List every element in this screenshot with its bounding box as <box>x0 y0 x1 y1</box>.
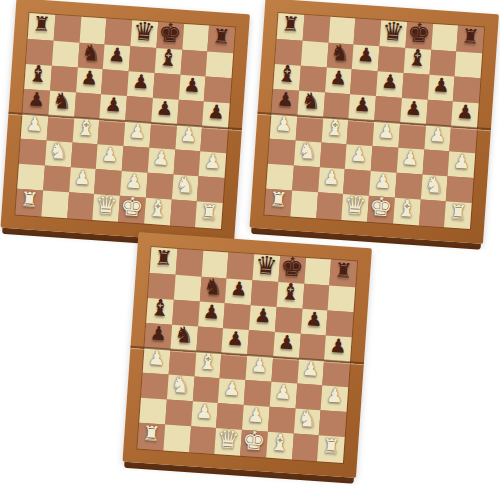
square-e1: ♚ <box>118 196 146 224</box>
square-a4: ♟ <box>270 114 297 141</box>
square-f1: ♝ <box>266 432 294 460</box>
square-a4: ♟ <box>21 114 48 141</box>
square-a1: ♜ <box>264 189 292 217</box>
square-h8: ♜ <box>208 26 236 54</box>
square-h1: ♜ <box>317 435 345 463</box>
square-f3: ♟ <box>147 148 174 175</box>
black-pawn: ♟ <box>80 68 98 88</box>
square-g8 <box>304 258 332 286</box>
black-queen: ♛ <box>254 252 278 279</box>
square-f7: ♝ <box>154 48 181 75</box>
square-a3 <box>268 139 295 166</box>
square-c4: ♝ <box>194 351 221 378</box>
black-bishop: ♝ <box>27 62 49 86</box>
black-pawn: ♟ <box>353 95 371 115</box>
square-b8 <box>53 15 81 43</box>
black-bishop: ♝ <box>406 46 428 70</box>
square-d3: ♟ <box>96 144 123 171</box>
square-b1 <box>290 190 318 218</box>
white-pawn: ♟ <box>453 152 471 172</box>
square-h1: ♜ <box>195 201 223 229</box>
white-pawn: ♟ <box>374 171 392 191</box>
square-h1: ♜ <box>444 201 472 229</box>
white-knight: ♞ <box>297 407 318 430</box>
white-pawn: ♟ <box>350 144 368 164</box>
white-pawn: ♟ <box>250 355 268 375</box>
black-pawn: ♟ <box>104 95 122 115</box>
square-g8 <box>431 24 459 52</box>
white-pawn: ♟ <box>302 359 320 379</box>
square-g6: ♟ <box>427 75 454 102</box>
white-king: ♚ <box>242 427 267 455</box>
square-b7 <box>174 275 201 302</box>
white-rook: ♜ <box>449 201 468 222</box>
square-b1 <box>41 190 69 218</box>
white-rook: ♜ <box>142 423 161 444</box>
square-h7 <box>455 52 482 79</box>
white-bishop: ♝ <box>147 196 169 220</box>
square-b2 <box>292 165 319 192</box>
black-knight: ♞ <box>300 89 321 112</box>
white-queen: ♛ <box>94 192 118 219</box>
square-b3: ♞ <box>294 141 321 168</box>
chess-board-bottom-center: ♜♛♚♜♞♟♝♝♟♟♟♟♞♟♟♟♟♝♟♟♞♟♟♟♟♟♞♜♛♚♝♜ <box>122 232 372 484</box>
board-frame: ♜♛♚♜♞♟♝♝♟♟♟♟♞♟♟♟♟♝♟♟♞♟♟♟♟♟♞♜♛♚♝♜ <box>249 0 498 244</box>
square-c2: ♟ <box>318 167 345 194</box>
square-c2: ♟ <box>191 401 218 428</box>
square-h3: ♟ <box>448 151 475 178</box>
square-d5: ♟ <box>100 94 127 121</box>
square-c6: ♟ <box>76 68 103 95</box>
square-h5: ♟ <box>324 335 351 362</box>
square-a8: ♜ <box>28 13 56 41</box>
square-b3: ♞ <box>45 141 72 168</box>
square-c6: ♟ <box>325 68 352 95</box>
black-pawn: ♟ <box>149 323 167 343</box>
white-pawn: ♟ <box>401 148 419 168</box>
chess-board-top-left: ♜♛♚♜♞♟♝♝♟♟♟♟♞♟♟♟♟♝♟♟♞♟♟♟♟♟♞♜♛♚♝♜ <box>0 0 250 250</box>
square-h3: ♟ <box>199 151 226 178</box>
black-rook: ♜ <box>32 13 51 34</box>
black-pawn: ♟ <box>305 309 323 329</box>
square-h7 <box>206 52 233 79</box>
square-a1: ♜ <box>15 189 43 217</box>
white-pawn: ♟ <box>204 152 222 172</box>
square-g6: ♟ <box>178 75 205 102</box>
square-d7: ♟ <box>103 44 130 71</box>
black-knight: ♞ <box>330 41 351 64</box>
black-pawn: ♟ <box>226 329 244 349</box>
square-b5: ♞ <box>48 91 75 118</box>
black-pawn: ♟ <box>278 332 296 352</box>
square-b8 <box>302 15 330 43</box>
square-f3: ♟ <box>396 148 423 175</box>
square-b7 <box>52 41 79 68</box>
square-b2 <box>165 399 192 426</box>
square-b3: ♞ <box>167 375 194 402</box>
square-e8: ♛ <box>130 20 158 48</box>
black-bishop: ♝ <box>157 46 179 70</box>
black-knight: ♞ <box>203 275 224 298</box>
black-king: ♚ <box>280 253 305 281</box>
square-g1 <box>170 199 198 227</box>
square-e4: ♟ <box>372 121 399 148</box>
white-rook: ♜ <box>269 189 288 210</box>
square-g4: ♟ <box>424 125 451 152</box>
black-pawn: ♟ <box>230 279 248 299</box>
white-pawn: ♟ <box>195 402 213 422</box>
square-e4: ♟ <box>245 355 272 382</box>
white-rook: ♜ <box>322 435 341 456</box>
white-king: ♚ <box>369 193 394 221</box>
white-pawn: ♟ <box>147 348 165 368</box>
square-c4: ♝ <box>72 117 99 144</box>
square-f3: ♟ <box>269 382 296 409</box>
black-bishop: ♝ <box>149 296 171 320</box>
white-pawn: ♟ <box>128 121 146 141</box>
square-e8: ♛ <box>379 20 407 48</box>
square-h5: ♟ <box>451 101 478 128</box>
square-g1 <box>419 199 447 227</box>
black-king: ♚ <box>158 19 183 47</box>
square-f5: ♟ <box>151 98 178 125</box>
square-g2: ♞ <box>171 174 198 201</box>
square-e1: ♚ <box>240 430 268 458</box>
square-g2: ♞ <box>293 408 320 435</box>
black-queen: ♛ <box>381 18 405 45</box>
square-e1: ♚ <box>367 196 395 224</box>
white-rook: ♜ <box>200 201 219 222</box>
black-king: ♚ <box>407 19 432 47</box>
black-pawn: ♟ <box>329 336 347 356</box>
white-pawn: ♟ <box>180 125 198 145</box>
square-e6: ♟ <box>127 71 154 98</box>
square-b8 <box>175 249 203 277</box>
black-knight: ♞ <box>173 323 194 346</box>
square-b5: ♞ <box>297 91 324 118</box>
square-g2: ♞ <box>420 174 447 201</box>
white-pawn: ♟ <box>326 386 344 406</box>
square-h8: ♜ <box>330 260 358 288</box>
black-pawn: ♟ <box>432 75 450 95</box>
square-a8: ♜ <box>150 247 178 275</box>
square-a3 <box>141 373 168 400</box>
white-pawn: ♟ <box>25 114 43 134</box>
square-a3 <box>19 139 46 166</box>
black-queen: ♛ <box>132 18 156 45</box>
black-pawn: ♟ <box>254 305 272 325</box>
square-c1 <box>316 192 344 220</box>
square-f1: ♝ <box>393 198 421 226</box>
white-bishop: ♝ <box>269 430 291 454</box>
black-pawn: ♟ <box>183 75 201 95</box>
white-pawn: ♟ <box>247 405 265 425</box>
black-pawn: ♟ <box>381 71 399 91</box>
square-f1: ♝ <box>144 198 172 226</box>
white-knight: ♞ <box>175 173 196 196</box>
square-h5: ♟ <box>202 101 229 128</box>
black-pawn: ♟ <box>27 89 45 109</box>
black-pawn: ♟ <box>329 68 347 88</box>
white-king: ♚ <box>120 193 145 221</box>
black-bishop: ♝ <box>279 280 301 304</box>
black-pawn: ♟ <box>207 102 225 122</box>
white-knight: ♞ <box>48 139 69 162</box>
black-pawn: ♟ <box>357 45 375 65</box>
black-pawn: ♟ <box>456 102 474 122</box>
square-c2: ♟ <box>69 167 96 194</box>
square-c4: ♝ <box>321 117 348 144</box>
square-c1 <box>189 426 217 454</box>
black-pawn: ♟ <box>276 89 294 109</box>
square-f7: ♝ <box>276 282 303 309</box>
white-pawn: ♟ <box>152 148 170 168</box>
white-knight: ♞ <box>170 373 191 396</box>
square-d5: ♟ <box>222 328 249 355</box>
black-pawn: ♟ <box>405 98 423 118</box>
square-e6: ♟ <box>249 305 276 332</box>
black-pawn: ♟ <box>132 71 150 91</box>
square-g4: ♟ <box>175 125 202 152</box>
white-pawn: ♟ <box>73 168 91 188</box>
square-d5: ♟ <box>349 94 376 121</box>
black-rook: ♜ <box>281 13 300 34</box>
square-d1: ♛ <box>341 194 369 222</box>
square-b2 <box>43 165 70 192</box>
black-knight: ♞ <box>51 89 72 112</box>
square-h3: ♟ <box>321 385 348 412</box>
square-f7: ♝ <box>403 48 430 75</box>
square-b5: ♞ <box>170 325 197 352</box>
square-e6: ♟ <box>376 71 403 98</box>
black-pawn: ♟ <box>156 98 174 118</box>
square-d3: ♟ <box>345 144 372 171</box>
square-f5: ♟ <box>273 332 300 359</box>
white-pawn: ♟ <box>274 114 292 134</box>
white-queen: ♛ <box>343 192 367 219</box>
white-bishop: ♝ <box>396 196 418 220</box>
white-pawn: ♟ <box>101 144 119 164</box>
square-d1: ♛ <box>214 428 242 456</box>
chess-board-top-right: ♜♛♚♜♞♟♝♝♟♟♟♟♞♟♟♟♟♝♟♟♞♟♟♟♟♟♞♜♛♚♝♜ <box>249 0 499 250</box>
white-pawn: ♟ <box>274 382 292 402</box>
black-rook: ♜ <box>334 260 353 281</box>
square-h8: ♜ <box>457 26 485 54</box>
square-d7: ♟ <box>225 278 252 305</box>
square-c6: ♟ <box>198 302 225 329</box>
board-frame: ♜♛♚♜♞♟♝♝♟♟♟♟♞♟♟♟♟♝♟♟♞♟♟♟♟♟♞♜♛♚♝♜ <box>0 0 249 244</box>
white-rook: ♜ <box>20 189 39 210</box>
white-pawn: ♟ <box>322 168 340 188</box>
white-knight: ♞ <box>297 139 318 162</box>
square-e8: ♛ <box>252 254 280 282</box>
square-h7 <box>328 286 355 313</box>
square-c1 <box>67 192 95 220</box>
square-b1 <box>163 424 191 452</box>
square-g4: ♟ <box>297 359 324 386</box>
black-rook: ♜ <box>212 26 231 47</box>
square-g8 <box>182 24 210 52</box>
square-d7: ♟ <box>352 44 379 71</box>
white-knight: ♞ <box>424 173 445 196</box>
square-g6: ♟ <box>300 309 327 336</box>
square-f5: ♟ <box>400 98 427 125</box>
square-g1 <box>292 433 320 461</box>
white-pawn: ♟ <box>223 378 241 398</box>
white-pawn: ♟ <box>429 125 447 145</box>
square-a8: ♜ <box>277 13 305 41</box>
square-a1: ♜ <box>137 423 165 451</box>
black-pawn: ♟ <box>108 45 126 65</box>
white-pawn: ♟ <box>377 121 395 141</box>
black-rook: ♜ <box>154 247 173 268</box>
square-a4: ♟ <box>143 348 170 375</box>
black-rook: ♜ <box>461 26 480 47</box>
square-e4: ♟ <box>123 121 150 148</box>
white-queen: ♛ <box>216 426 240 453</box>
square-d1: ♛ <box>92 194 120 222</box>
square-b7 <box>301 41 328 68</box>
square-d3: ♟ <box>218 378 245 405</box>
white-pawn: ♟ <box>125 171 143 191</box>
black-bishop: ♝ <box>276 62 298 86</box>
board-frame: ♜♛♚♜♞♟♝♝♟♟♟♟♞♟♟♟♟♝♟♟♞♟♟♟♟♟♞♜♛♚♝♜ <box>122 232 371 478</box>
black-pawn: ♟ <box>202 302 220 322</box>
black-knight: ♞ <box>81 41 102 64</box>
